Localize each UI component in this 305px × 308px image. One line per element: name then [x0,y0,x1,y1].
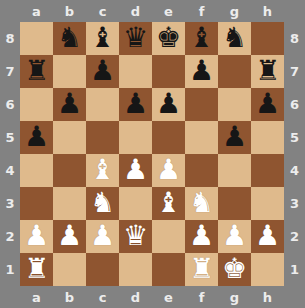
piece-black-pawn[interactable]: ♟ [57,87,82,120]
piece-white-pawn[interactable]: ♟ [90,219,115,252]
square-e6[interactable]: ♟ [152,88,185,121]
piece-white-pawn[interactable]: ♟ [189,219,214,252]
file-label-b: b [53,0,86,22]
piece-white-knight[interactable]: ♞ [189,186,214,219]
square-e5[interactable] [152,121,185,154]
square-d8[interactable]: ♛ [119,22,152,55]
file-labels-top: abcdefgh [20,0,284,22]
rank-labels-left: 87654321 [0,22,20,286]
square-c8[interactable]: ♝ [86,22,119,55]
file-label-c: c [86,286,119,308]
square-b1[interactable] [53,253,86,286]
square-a3[interactable] [20,187,53,220]
square-b3[interactable] [53,187,86,220]
square-c7[interactable]: ♟ [86,55,119,88]
file-label-d: d [119,286,152,308]
rank-label-5: 5 [284,121,305,154]
square-f1[interactable]: ♜ [185,253,218,286]
square-g7[interactable] [218,55,251,88]
square-h7[interactable]: ♜ [251,55,284,88]
square-d6[interactable]: ♟ [119,88,152,121]
piece-white-pawn[interactable]: ♟ [255,219,280,252]
piece-white-queen[interactable]: ♛ [123,219,148,252]
piece-black-queen[interactable]: ♛ [123,21,148,54]
piece-black-bishop[interactable]: ♝ [189,21,214,54]
file-label-a: a [20,0,53,22]
square-a4[interactable] [20,154,53,187]
square-g1[interactable]: ♚ [218,253,251,286]
rank-label-8: 8 [284,22,305,55]
square-a1[interactable]: ♜ [20,253,53,286]
rank-label-3: 3 [0,187,20,220]
rank-label-3: 3 [284,187,305,220]
square-f6[interactable] [185,88,218,121]
rank-label-7: 7 [284,55,305,88]
square-c2[interactable]: ♟ [86,220,119,253]
piece-black-knight[interactable]: ♞ [57,21,82,54]
file-label-h: h [251,0,284,22]
square-c1[interactable] [86,253,119,286]
square-h3[interactable] [251,187,284,220]
piece-white-bishop[interactable]: ♝ [90,153,115,186]
rank-label-1: 1 [0,253,20,286]
piece-white-rook[interactable]: ♜ [24,252,49,285]
square-b7[interactable] [53,55,86,88]
square-f7[interactable]: ♟ [185,55,218,88]
rank-label-2: 2 [284,220,305,253]
square-e8[interactable]: ♚ [152,22,185,55]
square-h4[interactable] [251,154,284,187]
piece-white-pawn[interactable]: ♟ [156,153,181,186]
square-c3[interactable]: ♞ [86,187,119,220]
file-label-c: c [86,0,119,22]
file-label-f: f [185,0,218,22]
square-a8[interactable] [20,22,53,55]
square-h1[interactable] [251,253,284,286]
square-d1[interactable] [119,253,152,286]
rank-label-4: 4 [0,154,20,187]
square-b4[interactable] [53,154,86,187]
chess-board: ♞♝♛♚♝♞♜♟♟♜♟♟♟♟♟♟♝♟♟♞♝♞♟♟♟♛♟♟♟♜♜♚ [20,22,284,286]
piece-black-rook[interactable]: ♜ [255,54,280,87]
rank-labels-right: 87654321 [284,22,305,286]
rank-label-5: 5 [0,121,20,154]
square-b6[interactable]: ♟ [53,88,86,121]
piece-white-bishop[interactable]: ♝ [156,186,181,219]
square-e1[interactable] [152,253,185,286]
square-d5[interactable] [119,121,152,154]
square-b5[interactable] [53,121,86,154]
file-label-d: d [119,0,152,22]
rank-label-6: 6 [284,88,305,121]
piece-black-pawn[interactable]: ♟ [156,87,181,120]
square-h5[interactable] [251,121,284,154]
piece-black-pawn[interactable]: ♟ [222,120,247,153]
square-g2[interactable]: ♟ [218,220,251,253]
piece-white-knight[interactable]: ♞ [90,186,115,219]
piece-black-pawn[interactable]: ♟ [123,87,148,120]
square-e3[interactable]: ♝ [152,187,185,220]
file-label-h: h [251,286,284,308]
square-e2[interactable] [152,220,185,253]
piece-black-pawn[interactable]: ♟ [189,54,214,87]
square-f5[interactable] [185,121,218,154]
rank-label-2: 2 [0,220,20,253]
file-label-e: e [152,286,185,308]
square-a5[interactable]: ♟ [20,121,53,154]
file-label-a: a [20,286,53,308]
square-c4[interactable]: ♝ [86,154,119,187]
square-g5[interactable]: ♟ [218,121,251,154]
file-label-b: b [53,286,86,308]
piece-white-pawn[interactable]: ♟ [123,153,148,186]
square-a2[interactable]: ♟ [20,220,53,253]
square-a6[interactable] [20,88,53,121]
square-d3[interactable] [119,187,152,220]
piece-black-knight[interactable]: ♞ [222,21,247,54]
square-g4[interactable] [218,154,251,187]
square-g3[interactable] [218,187,251,220]
piece-black-king[interactable]: ♚ [156,21,181,54]
square-g8[interactable]: ♞ [218,22,251,55]
piece-white-rook[interactable]: ♜ [189,252,214,285]
square-f2[interactable]: ♟ [185,220,218,253]
square-h8[interactable] [251,22,284,55]
rank-label-7: 7 [0,55,20,88]
file-label-g: g [218,286,251,308]
piece-black-pawn[interactable]: ♟ [90,54,115,87]
piece-white-pawn[interactable]: ♟ [24,219,49,252]
square-g6[interactable] [218,88,251,121]
square-b2[interactable]: ♟ [53,220,86,253]
piece-black-rook[interactable]: ♜ [24,54,49,87]
square-d7[interactable] [119,55,152,88]
rank-label-4: 4 [284,154,305,187]
piece-white-pawn[interactable]: ♟ [222,219,247,252]
square-d4[interactable]: ♟ [119,154,152,187]
chess-board-frame: abcdefgh abcdefgh 87654321 87654321 ♞♝♛♚… [0,0,305,308]
piece-black-pawn[interactable]: ♟ [255,87,280,120]
square-a7[interactable]: ♜ [20,55,53,88]
file-labels-bottom: abcdefgh [20,286,284,308]
square-h2[interactable]: ♟ [251,220,284,253]
square-c5[interactable] [86,121,119,154]
square-d2[interactable]: ♛ [119,220,152,253]
rank-label-8: 8 [0,22,20,55]
piece-black-bishop[interactable]: ♝ [90,21,115,54]
square-e7[interactable] [152,55,185,88]
square-b8[interactable]: ♞ [53,22,86,55]
piece-white-king[interactable]: ♚ [222,252,247,285]
rank-label-6: 6 [0,88,20,121]
piece-white-pawn[interactable]: ♟ [57,219,82,252]
rank-label-1: 1 [284,253,305,286]
square-f8[interactable]: ♝ [185,22,218,55]
file-label-g: g [218,0,251,22]
file-label-f: f [185,286,218,308]
file-label-e: e [152,0,185,22]
square-c6[interactable] [86,88,119,121]
piece-black-pawn[interactable]: ♟ [24,120,49,153]
square-f3[interactable]: ♞ [185,187,218,220]
square-h6[interactable]: ♟ [251,88,284,121]
square-f4[interactable] [185,154,218,187]
square-e4[interactable]: ♟ [152,154,185,187]
